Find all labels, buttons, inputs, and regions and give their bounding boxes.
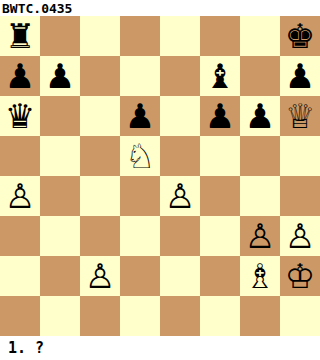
black-pawn[interactable]: ♟ [285, 56, 315, 96]
puzzle-id: BWTC.0435 [0, 0, 320, 16]
square-a7[interactable]: ♟ [0, 56, 40, 96]
white-pawn[interactable]: ♙ [245, 216, 275, 256]
square-e8[interactable] [160, 16, 200, 56]
square-g1[interactable] [240, 296, 280, 336]
white-pawn[interactable]: ♙ [85, 256, 115, 296]
square-h1[interactable] [280, 296, 320, 336]
white-pawn[interactable]: ♙ [165, 176, 195, 216]
square-d2[interactable] [120, 256, 160, 296]
black-king[interactable]: ♚ [285, 16, 315, 56]
square-d7[interactable] [120, 56, 160, 96]
square-b1[interactable] [40, 296, 80, 336]
move-prompt: 1. ? [0, 336, 320, 360]
square-g3[interactable]: ♙ [240, 216, 280, 256]
square-h3[interactable]: ♙ [280, 216, 320, 256]
square-a4[interactable]: ♙ [0, 176, 40, 216]
square-d4[interactable] [120, 176, 160, 216]
square-c3[interactable] [80, 216, 120, 256]
square-h5[interactable] [280, 136, 320, 176]
square-b2[interactable] [40, 256, 80, 296]
square-f3[interactable] [200, 216, 240, 256]
square-f1[interactable] [200, 296, 240, 336]
square-c4[interactable] [80, 176, 120, 216]
square-e2[interactable] [160, 256, 200, 296]
square-g2[interactable]: ♗ [240, 256, 280, 296]
white-king[interactable]: ♔ [285, 256, 315, 296]
black-pawn[interactable]: ♟ [205, 96, 235, 136]
square-e4[interactable]: ♙ [160, 176, 200, 216]
square-d6[interactable]: ♟ [120, 96, 160, 136]
square-c1[interactable] [80, 296, 120, 336]
square-c8[interactable] [80, 16, 120, 56]
square-h6[interactable]: ♕ [280, 96, 320, 136]
square-a5[interactable] [0, 136, 40, 176]
square-a2[interactable] [0, 256, 40, 296]
square-g7[interactable] [240, 56, 280, 96]
square-g6[interactable]: ♟ [240, 96, 280, 136]
square-b6[interactable] [40, 96, 80, 136]
square-e3[interactable] [160, 216, 200, 256]
square-f7[interactable]: ♝ [200, 56, 240, 96]
square-g5[interactable] [240, 136, 280, 176]
square-a8[interactable]: ♜ [0, 16, 40, 56]
square-g8[interactable] [240, 16, 280, 56]
black-pawn[interactable]: ♟ [245, 96, 275, 136]
white-knight[interactable]: ♘ [125, 136, 155, 176]
square-c7[interactable] [80, 56, 120, 96]
black-bishop[interactable]: ♝ [205, 56, 235, 96]
square-f6[interactable]: ♟ [200, 96, 240, 136]
square-h4[interactable] [280, 176, 320, 216]
square-h8[interactable]: ♚ [280, 16, 320, 56]
black-pawn[interactable]: ♟ [125, 96, 155, 136]
square-f4[interactable] [200, 176, 240, 216]
square-b5[interactable] [40, 136, 80, 176]
square-a3[interactable] [0, 216, 40, 256]
square-c2[interactable]: ♙ [80, 256, 120, 296]
square-h7[interactable]: ♟ [280, 56, 320, 96]
white-pawn[interactable]: ♙ [5, 176, 35, 216]
black-pawn[interactable]: ♟ [5, 56, 35, 96]
black-pawn[interactable]: ♟ [45, 56, 75, 96]
square-b7[interactable]: ♟ [40, 56, 80, 96]
square-f8[interactable] [200, 16, 240, 56]
square-d8[interactable] [120, 16, 160, 56]
black-queen[interactable]: ♛ [5, 96, 35, 136]
square-f5[interactable] [200, 136, 240, 176]
square-c5[interactable] [80, 136, 120, 176]
square-g4[interactable] [240, 176, 280, 216]
square-c6[interactable] [80, 96, 120, 136]
square-d5[interactable]: ♘ [120, 136, 160, 176]
square-e7[interactable] [160, 56, 200, 96]
white-pawn[interactable]: ♙ [285, 216, 315, 256]
square-f2[interactable] [200, 256, 240, 296]
white-queen[interactable]: ♕ [285, 96, 315, 136]
square-b8[interactable] [40, 16, 80, 56]
square-e6[interactable] [160, 96, 200, 136]
square-b4[interactable] [40, 176, 80, 216]
square-d3[interactable] [120, 216, 160, 256]
square-d1[interactable] [120, 296, 160, 336]
square-e1[interactable] [160, 296, 200, 336]
square-a1[interactable] [0, 296, 40, 336]
white-bishop[interactable]: ♗ [245, 256, 275, 296]
black-rook[interactable]: ♜ [5, 16, 35, 56]
chess-board: ♜♚♟♟♝♟♛♟♟♟♕♘♙♙♙♙♙♗♔ [0, 16, 320, 336]
square-b3[interactable] [40, 216, 80, 256]
square-a6[interactable]: ♛ [0, 96, 40, 136]
square-e5[interactable] [160, 136, 200, 176]
square-h2[interactable]: ♔ [280, 256, 320, 296]
